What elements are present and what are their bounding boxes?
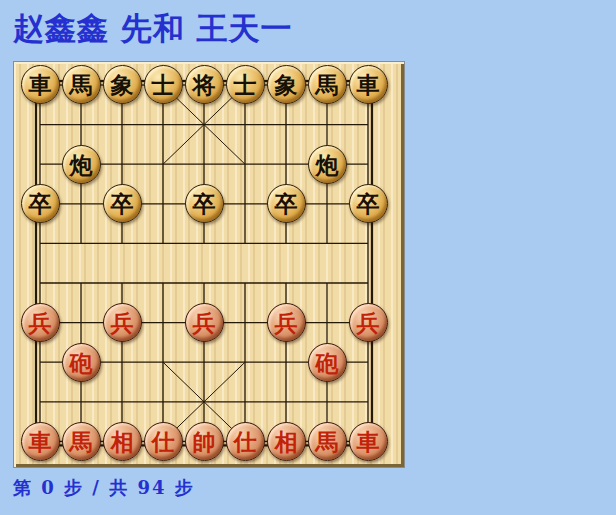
board-point: 馬 <box>307 65 348 105</box>
board-point <box>143 144 184 184</box>
piece-black-soldier[interactable]: 卒 <box>185 184 224 223</box>
board-point <box>225 342 266 382</box>
board-point <box>225 224 266 264</box>
piece-red-soldier[interactable]: 兵 <box>185 303 224 342</box>
piece-red-chariot[interactable]: 車 <box>21 422 60 461</box>
move-counter: 第 0 步 / 共 94 步 <box>13 476 195 500</box>
board-point: 兵 <box>102 303 143 343</box>
board-point <box>184 224 225 264</box>
board-point <box>307 224 348 264</box>
board-point <box>143 224 184 264</box>
board-point <box>225 382 266 422</box>
piece-glyph: 士 <box>234 73 257 96</box>
board-point: 相 <box>266 422 307 462</box>
board-point: 象 <box>102 65 143 105</box>
piece-black-elephant[interactable]: 象 <box>267 65 306 104</box>
board-point <box>102 342 143 382</box>
board-point <box>143 105 184 145</box>
piece-red-advisor[interactable]: 仕 <box>144 422 183 461</box>
piece-glyph: 兵 <box>111 311 134 334</box>
piece-glyph: 将 <box>193 73 216 96</box>
piece-red-cannon[interactable]: 砲 <box>62 343 101 382</box>
piece-glyph: 馬 <box>70 430 93 453</box>
board-point: 象 <box>266 65 307 105</box>
piece-glyph: 卒 <box>275 192 298 215</box>
board-point <box>184 144 225 184</box>
board-point <box>184 342 225 382</box>
board-point <box>266 342 307 382</box>
piece-glyph: 仕 <box>152 430 175 453</box>
board-point: 卒 <box>266 184 307 224</box>
piece-glyph: 士 <box>152 73 175 96</box>
board-point: 卒 <box>348 184 389 224</box>
piece-glyph: 卒 <box>29 192 52 215</box>
board-point <box>266 144 307 184</box>
board-point <box>266 382 307 422</box>
board-point <box>102 105 143 145</box>
piece-black-advisor[interactable]: 士 <box>226 65 265 104</box>
piece-red-elephant[interactable]: 相 <box>267 422 306 461</box>
xiangqi-board: 車馬象士将士象馬車炮炮卒卒卒卒卒兵兵兵兵兵砲砲車馬相仕帥仕相馬車 <box>14 62 404 467</box>
board-point <box>266 224 307 264</box>
board-point <box>102 144 143 184</box>
board-point <box>143 382 184 422</box>
board-point <box>225 144 266 184</box>
piece-glyph: 仕 <box>234 430 257 453</box>
piece-glyph: 兵 <box>193 311 216 334</box>
board-point <box>348 342 389 382</box>
board-point <box>307 303 348 343</box>
piece-glyph: 炮 <box>316 153 339 176</box>
piece-black-elephant[interactable]: 象 <box>103 65 142 104</box>
board-point: 車 <box>20 422 61 462</box>
board-point <box>61 303 102 343</box>
piece-red-horse[interactable]: 馬 <box>308 422 347 461</box>
piece-glyph: 車 <box>357 73 380 96</box>
board-point <box>61 184 102 224</box>
board-grid: 車馬象士将士象馬車炮炮卒卒卒卒卒兵兵兵兵兵砲砲車馬相仕帥仕相馬車 <box>20 65 389 461</box>
piece-red-horse[interactable]: 馬 <box>62 422 101 461</box>
board-point <box>20 342 61 382</box>
piece-black-horse[interactable]: 馬 <box>308 65 347 104</box>
board-point <box>20 105 61 145</box>
piece-red-soldier[interactable]: 兵 <box>267 303 306 342</box>
piece-glyph: 砲 <box>70 351 93 374</box>
piece-glyph: 馬 <box>70 73 93 96</box>
board-point <box>348 144 389 184</box>
piece-black-soldier[interactable]: 卒 <box>349 184 388 223</box>
piece-glyph: 卒 <box>357 192 380 215</box>
piece-red-advisor[interactable]: 仕 <box>226 422 265 461</box>
piece-glyph: 相 <box>275 430 298 453</box>
piece-black-soldier[interactable]: 卒 <box>21 184 60 223</box>
board-point <box>61 105 102 145</box>
board-point <box>225 105 266 145</box>
board-point: 馬 <box>61 65 102 105</box>
piece-glyph: 砲 <box>316 351 339 374</box>
piece-glyph: 兵 <box>29 311 52 334</box>
piece-red-cannon[interactable]: 砲 <box>308 343 347 382</box>
board-point: 帥 <box>184 422 225 462</box>
piece-glyph: 車 <box>29 73 52 96</box>
board-point: 相 <box>102 422 143 462</box>
board-point <box>61 224 102 264</box>
board-point: 馬 <box>307 422 348 462</box>
board-point: 車 <box>20 65 61 105</box>
app-window: 赵鑫鑫 先和 王天一 <box>0 0 616 515</box>
board-point: 砲 <box>61 342 102 382</box>
board-point <box>225 184 266 224</box>
board-point: 車 <box>348 65 389 105</box>
board-point <box>20 224 61 264</box>
piece-black-soldier[interactable]: 卒 <box>103 184 142 223</box>
board-point <box>143 303 184 343</box>
board-point <box>307 184 348 224</box>
board-point: 仕 <box>225 422 266 462</box>
board-point <box>102 263 143 303</box>
piece-glyph: 帥 <box>193 430 216 453</box>
piece-red-chariot[interactable]: 車 <box>349 422 388 461</box>
piece-glyph: 馬 <box>316 73 339 96</box>
piece-red-soldier[interactable]: 兵 <box>349 303 388 342</box>
piece-black-cannon[interactable]: 炮 <box>308 145 347 184</box>
board-point <box>61 382 102 422</box>
board-point <box>184 263 225 303</box>
board-point <box>307 382 348 422</box>
board-point <box>348 382 389 422</box>
piece-glyph: 車 <box>357 430 380 453</box>
board-point: 炮 <box>307 144 348 184</box>
board-point <box>225 303 266 343</box>
board-point <box>266 105 307 145</box>
piece-glyph: 象 <box>111 73 134 96</box>
piece-glyph: 卒 <box>193 192 216 215</box>
board-point: 砲 <box>307 342 348 382</box>
piece-black-advisor[interactable]: 士 <box>144 65 183 104</box>
piece-glyph: 炮 <box>70 153 93 176</box>
board-point <box>348 263 389 303</box>
board-point <box>266 263 307 303</box>
board-point: 馬 <box>61 422 102 462</box>
piece-red-general[interactable]: 帥 <box>185 422 224 461</box>
board-point: 兵 <box>266 303 307 343</box>
board-point: 卒 <box>20 184 61 224</box>
board-point: 士 <box>225 65 266 105</box>
board-point <box>143 263 184 303</box>
board-point: 卒 <box>184 184 225 224</box>
board-point <box>143 342 184 382</box>
board-point <box>307 263 348 303</box>
board-point <box>20 382 61 422</box>
board-point: 兵 <box>348 303 389 343</box>
board-point: 士 <box>143 65 184 105</box>
piece-glyph: 相 <box>111 430 134 453</box>
board-point <box>184 105 225 145</box>
board-point <box>102 224 143 264</box>
piece-black-soldier[interactable]: 卒 <box>267 184 306 223</box>
piece-red-soldier[interactable]: 兵 <box>21 303 60 342</box>
piece-glyph: 卒 <box>111 192 134 215</box>
board-point: 仕 <box>143 422 184 462</box>
board-point <box>20 144 61 184</box>
board-point <box>143 184 184 224</box>
piece-red-soldier[interactable]: 兵 <box>103 303 142 342</box>
piece-black-horse[interactable]: 馬 <box>62 65 101 104</box>
game-title: 赵鑫鑫 先和 王天一 <box>13 8 293 50</box>
piece-red-elephant[interactable]: 相 <box>103 422 142 461</box>
piece-glyph: 兵 <box>275 311 298 334</box>
board-point <box>307 105 348 145</box>
board-point: 車 <box>348 422 389 462</box>
piece-black-cannon[interactable]: 炮 <box>62 145 101 184</box>
board-point <box>348 105 389 145</box>
piece-glyph: 象 <box>275 73 298 96</box>
board-point <box>61 263 102 303</box>
board-point <box>184 382 225 422</box>
piece-glyph: 馬 <box>316 430 339 453</box>
board-point <box>102 382 143 422</box>
piece-glyph: 車 <box>29 430 52 453</box>
board-point <box>225 263 266 303</box>
board-point: 兵 <box>184 303 225 343</box>
piece-black-chariot[interactable]: 車 <box>21 65 60 104</box>
piece-black-general[interactable]: 将 <box>185 65 224 104</box>
board-point <box>20 263 61 303</box>
piece-black-chariot[interactable]: 車 <box>349 65 388 104</box>
board-point: 兵 <box>20 303 61 343</box>
board-point: 卒 <box>102 184 143 224</box>
board-point: 将 <box>184 65 225 105</box>
board-point <box>348 224 389 264</box>
board-point: 炮 <box>61 144 102 184</box>
piece-glyph: 兵 <box>357 311 380 334</box>
